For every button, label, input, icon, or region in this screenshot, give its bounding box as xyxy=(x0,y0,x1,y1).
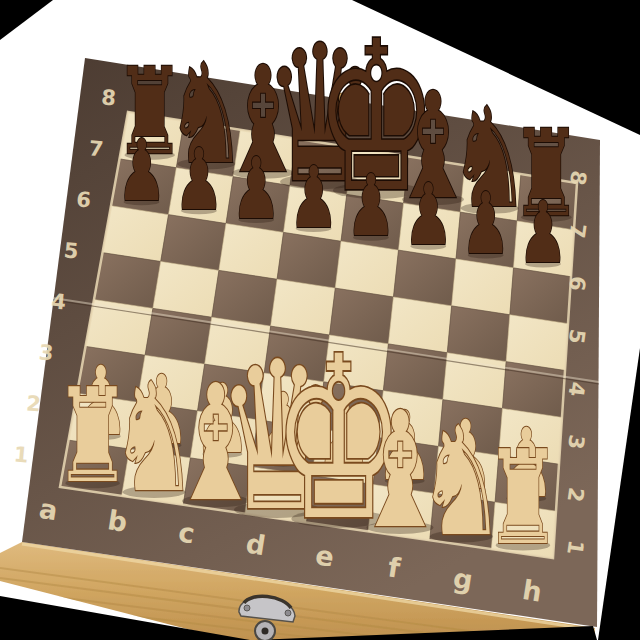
piece-black-pawn-h7[interactable]: ♟ xyxy=(518,183,568,282)
piece-black-pawn-a7[interactable]: ♟ xyxy=(116,121,166,220)
rank-label-left-5: 5 xyxy=(63,238,80,263)
piece-black-pawn-d7[interactable]: ♟ xyxy=(288,147,338,246)
piece-black-pawn-b7[interactable]: ♟ xyxy=(174,130,224,229)
rank-label-left-6: 6 xyxy=(75,187,92,212)
chess-set-photo: abcdefgh8765432187654321♜♞♝♛♚♝♞♜♟♟♟♟♟♟♟♟… xyxy=(0,0,640,640)
rank-label-left-7: 7 xyxy=(88,136,105,161)
piece-white-rook-h1[interactable]: ♜ xyxy=(484,423,561,574)
piece-black-pawn-e7[interactable]: ♟ xyxy=(346,156,396,255)
piece-black-pawn-g7[interactable]: ♟ xyxy=(460,174,510,273)
piece-black-pawn-f7[interactable]: ♟ xyxy=(403,165,453,264)
chess-board-scene: abcdefgh8765432187654321♜♞♝♛♚♝♞♜♟♟♟♟♟♟♟♟… xyxy=(0,0,640,640)
rank-label-left-4: 4 xyxy=(50,289,67,314)
rank-label-left-1: 1 xyxy=(13,442,30,467)
square-b5[interactable] xyxy=(153,262,219,318)
rank-label-left-3: 3 xyxy=(38,340,55,365)
square-h5[interactable] xyxy=(506,315,568,371)
square-g5[interactable] xyxy=(447,306,510,362)
rank-label-left-2: 2 xyxy=(25,391,42,416)
square-a5[interactable] xyxy=(94,253,161,309)
piece-black-pawn-c7[interactable]: ♟ xyxy=(231,139,281,238)
